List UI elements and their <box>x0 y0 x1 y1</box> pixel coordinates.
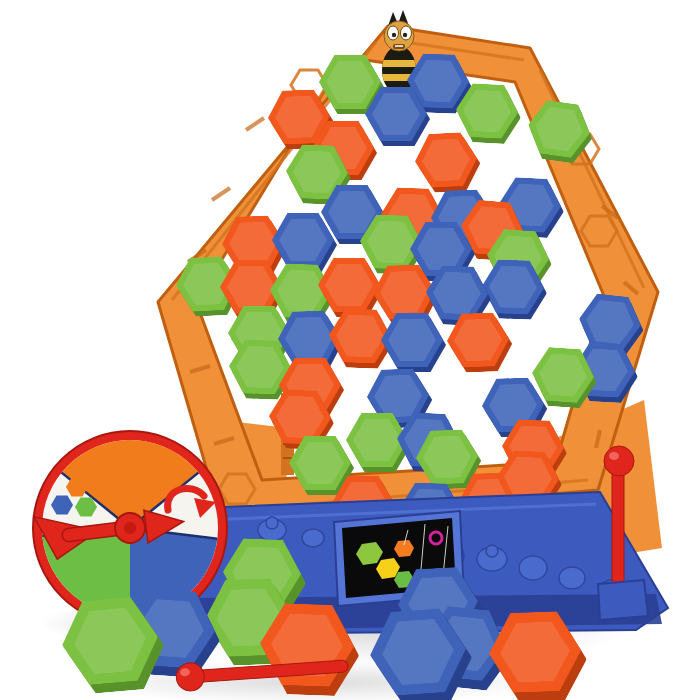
scene <box>0 0 700 700</box>
hex-tile-emboss <box>380 618 456 687</box>
hex-tile-emboss <box>499 621 571 683</box>
hex-tile-emboss <box>71 606 148 676</box>
hex-tile-loose-8[interactable] <box>488 610 583 693</box>
hex-tile-emboss <box>270 613 344 677</box>
hex-tile-loose-7[interactable] <box>367 607 469 697</box>
hex-tile-loose-4[interactable] <box>59 595 162 687</box>
loose-tiles-layer <box>0 0 700 700</box>
hex-tile-loose-6[interactable] <box>259 602 356 687</box>
